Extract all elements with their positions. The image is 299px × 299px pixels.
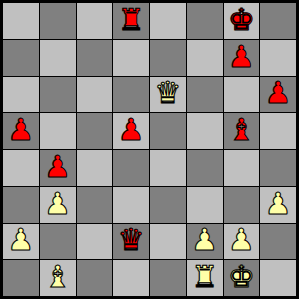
- square-b4[interactable]: ♟: [40, 150, 76, 186]
- square-h6[interactable]: ♟: [260, 77, 296, 113]
- piece-white-queen: ♛: [154, 78, 181, 108]
- square-f8[interactable]: [187, 3, 223, 39]
- square-d2[interactable]: ♛: [113, 224, 149, 260]
- square-a2[interactable]: ♟: [3, 224, 39, 260]
- square-c5[interactable]: [77, 113, 113, 149]
- piece-red-pawn: ♟: [265, 78, 292, 108]
- square-h2[interactable]: [260, 224, 296, 260]
- square-g5[interactable]: ♝: [224, 113, 260, 149]
- square-a5[interactable]: ♟: [3, 113, 39, 149]
- square-b5[interactable]: [40, 113, 76, 149]
- square-g4[interactable]: [224, 150, 260, 186]
- piece-white-king: ♚: [228, 262, 255, 292]
- square-c2[interactable]: [77, 224, 113, 260]
- square-c6[interactable]: [77, 77, 113, 113]
- square-d4[interactable]: [113, 150, 149, 186]
- square-d3[interactable]: [113, 187, 149, 223]
- square-h4[interactable]: [260, 150, 296, 186]
- piece-white-pawn: ♟: [265, 189, 292, 219]
- piece-red-king: ♚: [228, 5, 255, 35]
- square-e8[interactable]: [150, 3, 186, 39]
- square-b8[interactable]: [40, 3, 76, 39]
- piece-white-pawn: ♟: [7, 225, 34, 255]
- square-g8[interactable]: ♚: [224, 3, 260, 39]
- square-b2[interactable]: [40, 224, 76, 260]
- square-d8[interactable]: ♜: [113, 3, 149, 39]
- piece-white-bishop: ♝: [44, 262, 71, 292]
- square-a3[interactable]: [3, 187, 39, 223]
- square-b3[interactable]: ♟: [40, 187, 76, 223]
- piece-red-pawn: ♟: [44, 152, 71, 182]
- square-b7[interactable]: [40, 40, 76, 76]
- square-g1[interactable]: ♚: [224, 260, 260, 296]
- square-f7[interactable]: [187, 40, 223, 76]
- piece-red-bishop: ♝: [228, 115, 255, 145]
- square-h3[interactable]: ♟: [260, 187, 296, 223]
- square-f1[interactable]: ♜: [187, 260, 223, 296]
- piece-white-pawn: ♟: [228, 225, 255, 255]
- square-e1[interactable]: [150, 260, 186, 296]
- square-a7[interactable]: [3, 40, 39, 76]
- square-a1[interactable]: [3, 260, 39, 296]
- square-e3[interactable]: [150, 187, 186, 223]
- square-d6[interactable]: [113, 77, 149, 113]
- square-c8[interactable]: [77, 3, 113, 39]
- square-h5[interactable]: [260, 113, 296, 149]
- chess-board-window: ♜♚♟♛♟♟♟♝♟♟♟♟♛♟♟♝♜♚: [0, 0, 299, 299]
- square-g3[interactable]: [224, 187, 260, 223]
- square-g2[interactable]: ♟: [224, 224, 260, 260]
- square-e4[interactable]: [150, 150, 186, 186]
- square-d7[interactable]: [113, 40, 149, 76]
- square-g6[interactable]: [224, 77, 260, 113]
- piece-red-pawn: ♟: [118, 115, 145, 145]
- piece-white-pawn: ♟: [191, 225, 218, 255]
- square-b1[interactable]: ♝: [40, 260, 76, 296]
- chess-board: ♜♚♟♛♟♟♟♝♟♟♟♟♛♟♟♝♜♚: [0, 0, 299, 299]
- square-e6[interactable]: ♛: [150, 77, 186, 113]
- square-f6[interactable]: [187, 77, 223, 113]
- piece-white-rook: ♜: [191, 262, 218, 292]
- square-f4[interactable]: [187, 150, 223, 186]
- square-a6[interactable]: [3, 77, 39, 113]
- square-f5[interactable]: [187, 113, 223, 149]
- square-a4[interactable]: [3, 150, 39, 186]
- square-b6[interactable]: [40, 77, 76, 113]
- square-e2[interactable]: [150, 224, 186, 260]
- square-a8[interactable]: [3, 3, 39, 39]
- square-d1[interactable]: [113, 260, 149, 296]
- square-c4[interactable]: [77, 150, 113, 186]
- square-c7[interactable]: [77, 40, 113, 76]
- square-d5[interactable]: ♟: [113, 113, 149, 149]
- square-c1[interactable]: [77, 260, 113, 296]
- square-f2[interactable]: ♟: [187, 224, 223, 260]
- piece-red-queen: ♛: [118, 225, 145, 255]
- square-e7[interactable]: [150, 40, 186, 76]
- square-h1[interactable]: [260, 260, 296, 296]
- square-g7[interactable]: ♟: [224, 40, 260, 76]
- piece-red-pawn: ♟: [228, 42, 255, 72]
- square-f3[interactable]: [187, 187, 223, 223]
- square-e5[interactable]: [150, 113, 186, 149]
- square-h8[interactable]: [260, 3, 296, 39]
- piece-red-pawn: ♟: [7, 115, 34, 145]
- piece-red-rook: ♜: [118, 5, 145, 35]
- square-h7[interactable]: [260, 40, 296, 76]
- piece-white-pawn: ♟: [44, 189, 71, 219]
- square-c3[interactable]: [77, 187, 113, 223]
